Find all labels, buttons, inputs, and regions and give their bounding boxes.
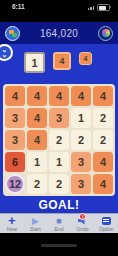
next-tile-queue: ⌄⌄ 144 [0,44,118,84]
tile-4[interactable]: 4 [27,108,47,128]
tile-3[interactable]: 3 [5,130,25,150]
start-button[interactable]: ▶ Start [24,214,48,233]
queue-tiles: 144 [24,52,92,73]
queue-tile-1: 1 [24,52,45,73]
tile-4[interactable]: 4 [93,174,113,194]
tile-4[interactable]: 4 [93,152,113,172]
tile-1[interactable]: 1 [27,152,47,172]
game-header: 164,020 [0,22,118,44]
tile-6[interactable]: 6 [5,152,25,172]
score-value: 164,020 [40,28,78,39]
end-button[interactable]: ■ End [47,214,71,233]
tile-4[interactable]: 4 [27,130,47,150]
tile-3[interactable]: 3 [71,174,91,194]
tile-12[interactable]: 12 [5,174,25,194]
tile-2[interactable]: 2 [49,130,69,150]
play-icon: ▶ [32,216,39,226]
tile-4[interactable]: 4 [5,86,25,106]
undo-button[interactable]: ! Undo [71,214,95,233]
queue-tile-4: 4 [53,52,71,70]
tile-3[interactable]: 3 [71,152,91,172]
double-chevron-down-icon: ⌄⌄ [0,46,11,59]
battery-icon [97,4,110,11]
tile-3[interactable]: 3 [49,108,69,128]
clock: 6:11 [12,3,25,10]
home-indicator[interactable] [41,244,77,247]
stop-icon: ■ [56,216,61,226]
tile-2[interactable]: 2 [93,130,113,150]
bottom-area [0,233,118,256]
tile-2[interactable]: 2 [71,130,91,150]
tile-4[interactable]: 4 [49,86,69,106]
plus-icon: + [8,216,16,226]
option-button[interactable]: Option [94,214,118,233]
palette-icon[interactable] [98,26,113,41]
tile-2[interactable]: 2 [93,108,113,128]
tile-1[interactable]: 1 [71,108,91,128]
toolbar: + New ▶ Start ■ End ! Undo Option [0,213,118,233]
goal-banner: GOAL! [0,196,118,213]
tile-2[interactable]: 2 [27,174,47,194]
signal-icon [88,6,95,10]
new-button[interactable]: + New [0,214,24,233]
goal-text: GOAL! [38,198,79,212]
tile-4[interactable]: 4 [27,86,47,106]
playfield: ⌄⌄ 144 44444343123422261134122234 GOAL! [0,44,118,213]
screenshot-app-icon[interactable] [5,26,20,41]
tile-2[interactable]: 2 [49,174,69,194]
tile-1[interactable]: 1 [49,152,69,172]
collapse-queue-button[interactable]: ⌄⌄ [0,44,13,61]
queue-tile-4: 4 [79,52,92,65]
board-grid: 44444343123422261134122234 [3,84,115,196]
menu-icon [102,217,111,225]
status-bar: 6:11 [0,0,118,22]
tile-4[interactable]: 4 [93,86,113,106]
tile-3[interactable]: 3 [5,108,25,128]
tile-4[interactable]: 4 [71,86,91,106]
